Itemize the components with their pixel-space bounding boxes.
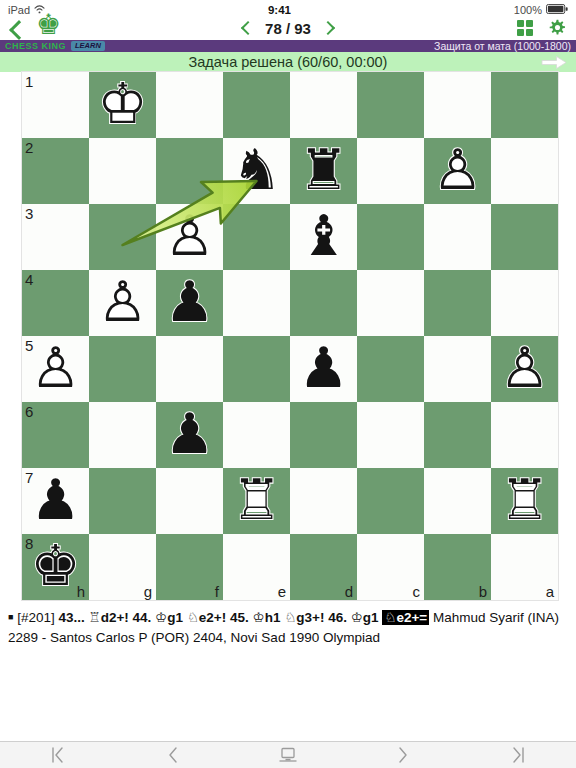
move[interactable]: 44. bbox=[133, 610, 152, 625]
square-f2[interactable] bbox=[156, 138, 223, 204]
move[interactable]: ♘g3+! bbox=[284, 610, 324, 625]
square-b5[interactable] bbox=[424, 336, 491, 402]
black-pawn: ♟ bbox=[290, 336, 357, 402]
square-b8[interactable]: b bbox=[424, 534, 491, 600]
white-pawn: ♟♙ bbox=[491, 336, 558, 402]
square-d1[interactable] bbox=[290, 72, 357, 138]
square-c8[interactable]: c bbox=[357, 534, 424, 600]
nav-bar: ♚ 78 / 93 bbox=[0, 16, 576, 40]
black-rook: ♜ bbox=[290, 138, 357, 204]
white-rook: ♜♖ bbox=[491, 468, 558, 534]
square-a4[interactable] bbox=[491, 270, 558, 336]
square-b4[interactable] bbox=[424, 270, 491, 336]
battery-icon bbox=[546, 4, 568, 16]
square-e2[interactable]: ♞ bbox=[223, 138, 290, 204]
square-g4[interactable]: ♟♙ bbox=[89, 270, 156, 336]
black-pawn: ♟ bbox=[156, 270, 223, 336]
square-d7[interactable] bbox=[290, 468, 357, 534]
black-king: ♚ bbox=[22, 534, 89, 600]
move[interactable]: 46. bbox=[328, 610, 347, 625]
square-e1[interactable] bbox=[223, 72, 290, 138]
task-solved-message: Задача решена (60/60, 00:00) bbox=[0, 54, 576, 70]
computer-analysis-button[interactable] bbox=[230, 745, 345, 765]
move[interactable]: ♔g1 bbox=[351, 610, 379, 625]
move[interactable]: ♔g1 bbox=[155, 610, 183, 625]
square-h7[interactable]: 7♟ bbox=[22, 468, 89, 534]
move[interactable]: 43... bbox=[58, 610, 84, 625]
rank-label: 4 bbox=[25, 271, 33, 288]
square-a8[interactable]: a bbox=[491, 534, 558, 600]
skip-to-start-button[interactable] bbox=[0, 745, 115, 765]
move[interactable]: ♖d2+! bbox=[89, 610, 129, 625]
square-h6[interactable]: 6 bbox=[22, 402, 89, 468]
clock: 9:41 bbox=[268, 4, 291, 16]
square-e3[interactable] bbox=[223, 204, 290, 270]
square-f7[interactable] bbox=[156, 468, 223, 534]
square-f4[interactable]: ♟ bbox=[156, 270, 223, 336]
square-h1[interactable]: 1 bbox=[22, 72, 89, 138]
square-f8[interactable]: f bbox=[156, 534, 223, 600]
square-e4[interactable] bbox=[223, 270, 290, 336]
brand-title: CHESS KING bbox=[5, 41, 66, 51]
square-b6[interactable] bbox=[424, 402, 491, 468]
square-h4[interactable]: 4 bbox=[22, 270, 89, 336]
puzzle-counter: 78 / 93 bbox=[265, 20, 311, 37]
file-label: c bbox=[413, 583, 421, 600]
white-pawn: ♟♙ bbox=[22, 336, 89, 402]
rank-label: 1 bbox=[25, 73, 33, 90]
square-g8[interactable]: g bbox=[89, 534, 156, 600]
white-pawn: ♟♙ bbox=[89, 270, 156, 336]
square-f1[interactable] bbox=[156, 72, 223, 138]
square-g6[interactable] bbox=[89, 402, 156, 468]
settings-gear-icon[interactable] bbox=[549, 19, 566, 40]
square-c1[interactable] bbox=[357, 72, 424, 138]
square-a1[interactable] bbox=[491, 72, 558, 138]
square-a7[interactable]: ♜♖ bbox=[491, 468, 558, 534]
square-d6[interactable] bbox=[290, 402, 357, 468]
square-d4[interactable] bbox=[290, 270, 357, 336]
square-c4[interactable] bbox=[357, 270, 424, 336]
move[interactable]: ♔h1 bbox=[253, 610, 281, 625]
black-pawn: ♟ bbox=[22, 468, 89, 534]
square-g7[interactable] bbox=[89, 468, 156, 534]
notation-text: ■ [#201] 43... ♖d2+! 44. ♔g1 ♘e2+! 45. ♔… bbox=[8, 607, 568, 648]
square-c7[interactable] bbox=[357, 468, 424, 534]
square-d8[interactable]: d bbox=[290, 534, 357, 600]
previous-puzzle-button[interactable] bbox=[241, 21, 255, 35]
brand-bar: CHESS KING LEARN Защита от мата (1000-18… bbox=[0, 40, 576, 52]
square-c2[interactable] bbox=[357, 138, 424, 204]
chess-board: 1♚♔2♞♜♟♙3♟♙♝4♟♙♟5♟♙♟♟♙6♟7♟♜♖♜♖8h♚gfedcba bbox=[22, 72, 558, 600]
app-window: iPad 9:41 100% ♚ 78 / 93 CHESS KING LEAR… bbox=[0, 0, 576, 768]
square-a3[interactable] bbox=[491, 204, 558, 270]
white-rook: ♜♖ bbox=[223, 468, 290, 534]
skip-to-end-button[interactable] bbox=[461, 745, 576, 765]
square-e7[interactable]: ♜♖ bbox=[223, 468, 290, 534]
square-e5[interactable] bbox=[223, 336, 290, 402]
square-g5[interactable] bbox=[89, 336, 156, 402]
course-title: Защита от мата (1000-1800) bbox=[434, 40, 571, 52]
square-e8[interactable]: e bbox=[223, 534, 290, 600]
square-d2[interactable]: ♜ bbox=[290, 138, 357, 204]
file-label: f bbox=[215, 583, 219, 600]
square-b3[interactable] bbox=[424, 204, 491, 270]
current-move[interactable]: ♘e2+= bbox=[382, 610, 429, 625]
learn-badge: LEARN bbox=[71, 41, 105, 51]
square-c5[interactable] bbox=[357, 336, 424, 402]
device-label: iPad bbox=[8, 4, 30, 16]
square-f3[interactable]: ♟♙ bbox=[156, 204, 223, 270]
black-knight: ♞ bbox=[223, 138, 290, 204]
white-pawn: ♟♙ bbox=[424, 138, 491, 204]
square-h2[interactable]: 2 bbox=[22, 138, 89, 204]
square-f6[interactable]: ♟ bbox=[156, 402, 223, 468]
rank-label: 3 bbox=[25, 205, 33, 222]
square-b2[interactable]: ♟♙ bbox=[424, 138, 491, 204]
result-square-icon: ■ bbox=[8, 612, 13, 622]
file-label: e bbox=[278, 583, 286, 600]
square-a2[interactable] bbox=[491, 138, 558, 204]
file-label: g bbox=[144, 583, 152, 600]
white-king: ♚♔ bbox=[89, 72, 156, 138]
message-bar: Задача решена (60/60, 00:00) bbox=[0, 52, 576, 72]
square-f5[interactable] bbox=[156, 336, 223, 402]
square-h5[interactable]: 5♟♙ bbox=[22, 336, 89, 402]
square-b7[interactable] bbox=[424, 468, 491, 534]
file-label: b bbox=[479, 583, 487, 600]
black-pawn: ♟ bbox=[156, 402, 223, 468]
rank-label: 2 bbox=[25, 139, 33, 156]
square-h8[interactable]: 8h♚ bbox=[22, 534, 89, 600]
square-e6[interactable] bbox=[223, 402, 290, 468]
black-bishop: ♝ bbox=[290, 204, 357, 270]
square-a5[interactable]: ♟♙ bbox=[491, 336, 558, 402]
square-d3[interactable]: ♝ bbox=[290, 204, 357, 270]
white-pawn: ♟♙ bbox=[156, 204, 223, 270]
bottom-toolbar bbox=[0, 741, 576, 768]
move[interactable]: ♘e2+! bbox=[187, 610, 227, 625]
next-puzzle-button[interactable] bbox=[321, 21, 335, 35]
square-c6[interactable] bbox=[357, 402, 424, 468]
square-h3[interactable]: 3 bbox=[22, 204, 89, 270]
square-g3[interactable] bbox=[89, 204, 156, 270]
puzzle-grid-button[interactable] bbox=[517, 20, 533, 40]
file-label: a bbox=[546, 583, 554, 600]
square-b1[interactable] bbox=[424, 72, 491, 138]
square-d5[interactable]: ♟ bbox=[290, 336, 357, 402]
square-a6[interactable] bbox=[491, 402, 558, 468]
battery-label: 100% bbox=[514, 4, 542, 16]
square-c3[interactable] bbox=[357, 204, 424, 270]
rank-label: 6 bbox=[25, 403, 33, 420]
move[interactable]: 45. bbox=[230, 610, 249, 625]
file-label: d bbox=[345, 583, 353, 600]
square-g1[interactable]: ♚♔ bbox=[89, 72, 156, 138]
previous-move-button[interactable] bbox=[115, 745, 230, 765]
square-g2[interactable] bbox=[89, 138, 156, 204]
next-move-button[interactable] bbox=[346, 745, 461, 765]
